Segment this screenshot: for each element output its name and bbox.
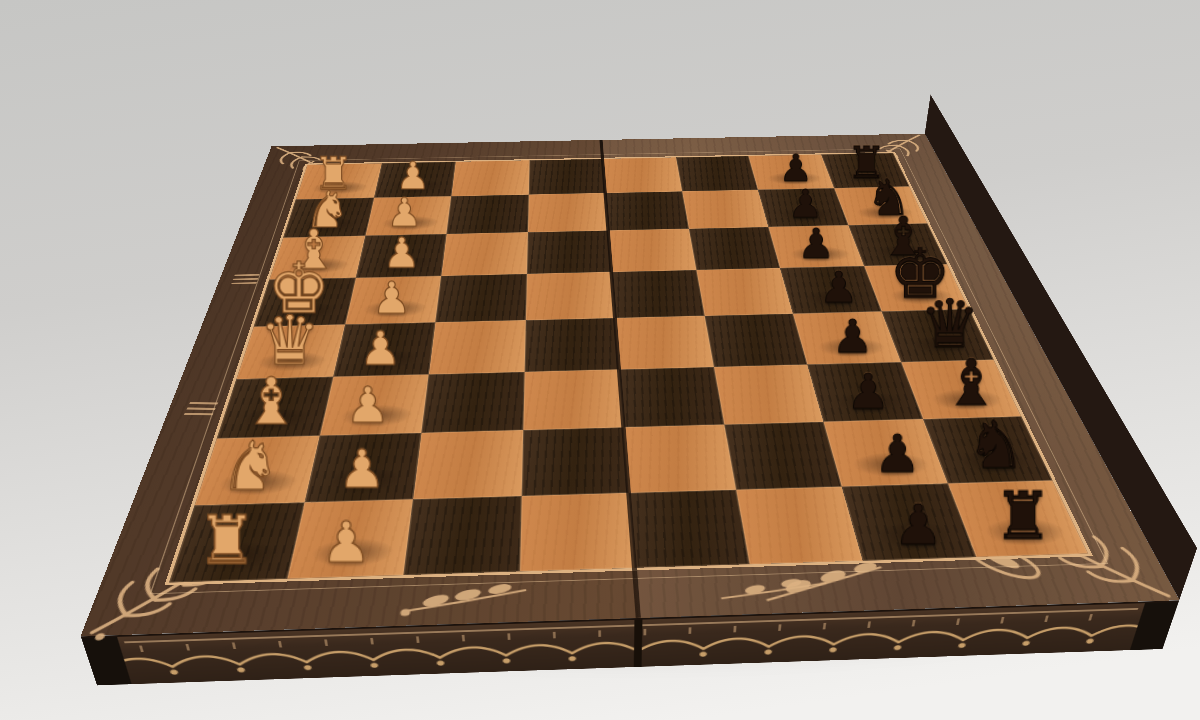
square-c5[interactable]: [619, 367, 724, 427]
black-bishop[interactable]: ♝: [943, 354, 1000, 412]
square-g4[interactable]: [527, 193, 608, 232]
white-pawn[interactable]: ♟: [360, 327, 402, 370]
square-g5[interactable]: [605, 191, 688, 230]
white-pawn[interactable]: ♟: [387, 195, 423, 231]
square-c2[interactable]: ♟: [319, 374, 428, 435]
square-h3[interactable]: [451, 160, 529, 196]
black-pawn[interactable]: ♟: [832, 316, 873, 358]
square-d2[interactable]: ♟: [333, 322, 435, 376]
photo-scene: ♜♟♟♜♞♟♟♞♝♟♟♝♚♟♟♚♛♟♟♛♝♟♟♝♞♟♟♞♜♟♟♜: [0, 0, 1200, 720]
square-a2[interactable]: ♟: [287, 499, 413, 579]
square-a5[interactable]: [629, 490, 749, 568]
board-top-surface: ♜♟♟♜♞♟♟♞♝♟♟♝♚♟♟♚♛♟♟♛♝♟♟♝♞♟♟♞♜♟♟♜: [81, 134, 1180, 637]
square-b1[interactable]: ♞: [195, 436, 320, 506]
white-pawn[interactable]: ♟: [383, 234, 420, 272]
white-bishop[interactable]: ♝: [242, 372, 300, 431]
white-knight[interactable]: ♞: [220, 435, 280, 497]
square-d4[interactable]: [524, 318, 619, 372]
square-g3[interactable]: [446, 195, 528, 234]
white-rook[interactable]: ♜: [196, 511, 256, 573]
square-b2[interactable]: ♟: [304, 433, 421, 503]
square-e5[interactable]: [611, 270, 704, 318]
black-rook[interactable]: ♜: [994, 487, 1053, 547]
square-h6[interactable]: [676, 156, 758, 191]
square-g6[interactable]: [682, 190, 769, 229]
black-pawn[interactable]: ♟: [874, 430, 921, 478]
square-b3[interactable]: [413, 430, 523, 499]
square-e2[interactable]: ♟: [345, 276, 441, 325]
black-pawn[interactable]: ♟: [798, 225, 835, 263]
square-h4[interactable]: [528, 159, 605, 195]
black-knight[interactable]: ♞: [966, 415, 1025, 476]
square-d6[interactable]: [704, 314, 807, 367]
square-a3[interactable]: [403, 496, 521, 575]
square-c4[interactable]: [523, 369, 624, 430]
square-e4[interactable]: [525, 272, 615, 320]
square-b5[interactable]: [624, 425, 736, 493]
white-pawn[interactable]: ♟: [372, 278, 411, 318]
square-b4[interactable]: [521, 427, 629, 496]
black-pawn[interactable]: ♟: [819, 268, 858, 308]
white-pawn[interactable]: ♟: [321, 517, 372, 569]
white-pawn[interactable]: ♟: [396, 159, 430, 194]
square-b6[interactable]: [724, 422, 842, 490]
black-pawn[interactable]: ♟: [894, 500, 944, 551]
chess-box: ♜♟♟♜♞♟♟♞♝♟♟♝♚♟♟♚♛♟♟♛♝♟♟♝♞♟♟♞♜♟♟♜: [81, 134, 1180, 637]
black-pawn[interactable]: ♟: [788, 186, 823, 222]
square-a4[interactable]: [519, 493, 634, 572]
square-e6[interactable]: [696, 268, 793, 316]
hinge-seam-front: [634, 620, 643, 668]
black-pawn[interactable]: ♟: [846, 370, 890, 415]
square-a6[interactable]: [736, 487, 863, 565]
white-pawn[interactable]: ♟: [346, 383, 390, 429]
white-pawn[interactable]: ♟: [339, 445, 386, 494]
square-h5[interactable]: [603, 157, 682, 193]
